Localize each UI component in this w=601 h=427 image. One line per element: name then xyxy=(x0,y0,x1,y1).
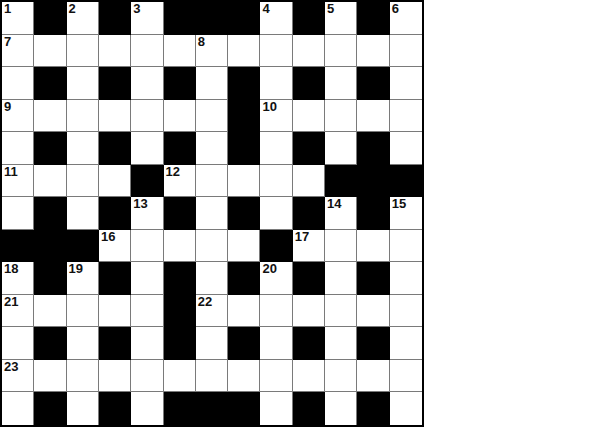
clue-number-13: 13 xyxy=(133,197,147,212)
black-cell-r7c6 xyxy=(164,197,196,230)
white-cell-r4c12[interactable] xyxy=(357,100,389,133)
white-cell-r10c11[interactable] xyxy=(325,295,357,328)
clue-number-3: 3 xyxy=(133,2,140,17)
white-cell-r9c9[interactable]: 20 xyxy=(260,262,292,295)
white-cell-r6c4[interactable] xyxy=(99,165,131,198)
white-cell-r11c11[interactable] xyxy=(325,327,357,360)
white-cell-r2c6[interactable] xyxy=(164,35,196,68)
white-cell-r4c6[interactable] xyxy=(164,100,196,133)
white-cell-r9c1[interactable]: 18 xyxy=(2,262,34,295)
white-cell-r12c2[interactable] xyxy=(34,360,66,393)
black-cell-r3c6 xyxy=(164,67,196,100)
clue-number-14: 14 xyxy=(327,197,341,212)
white-cell-r4c9[interactable]: 10 xyxy=(260,100,292,133)
clue-number-21: 21 xyxy=(4,295,18,310)
white-cell-r5c3[interactable] xyxy=(67,132,99,165)
clue-number-4: 4 xyxy=(262,2,269,17)
white-cell-r13c13[interactable] xyxy=(390,392,422,425)
black-cell-r7c12 xyxy=(357,197,389,230)
white-cell-r9c13[interactable] xyxy=(390,262,422,295)
white-cell-r5c13[interactable] xyxy=(390,132,422,165)
white-cell-r6c1[interactable]: 11 xyxy=(2,165,34,198)
black-cell-r13c7 xyxy=(196,392,228,425)
clue-number-12: 12 xyxy=(166,165,180,180)
black-cell-r9c2 xyxy=(34,262,66,295)
black-cell-r6c12 xyxy=(357,165,389,198)
white-cell-r12c7[interactable] xyxy=(196,360,228,393)
black-cell-r11c8 xyxy=(228,327,260,360)
white-cell-r10c8[interactable] xyxy=(228,295,260,328)
white-cell-r1c5[interactable]: 3 xyxy=(131,2,163,35)
white-cell-r2c11[interactable] xyxy=(325,35,357,68)
white-cell-r12c1[interactable]: 23 xyxy=(2,360,34,393)
black-cell-r13c2 xyxy=(34,392,66,425)
black-cell-r1c6 xyxy=(164,2,196,35)
black-cell-r11c2 xyxy=(34,327,66,360)
white-cell-r6c8[interactable] xyxy=(228,165,260,198)
white-cell-r4c13[interactable] xyxy=(390,100,422,133)
white-cell-r10c9[interactable] xyxy=(260,295,292,328)
black-cell-r11c4 xyxy=(99,327,131,360)
white-cell-r11c5[interactable] xyxy=(131,327,163,360)
black-cell-r6c11 xyxy=(325,165,357,198)
white-cell-r3c13[interactable] xyxy=(390,67,422,100)
white-cell-r2c10[interactable] xyxy=(293,35,325,68)
white-cell-r4c1[interactable]: 9 xyxy=(2,100,34,133)
white-cell-r5c7[interactable] xyxy=(196,132,228,165)
black-cell-r7c8 xyxy=(228,197,260,230)
white-cell-r1c13[interactable]: 6 xyxy=(390,2,422,35)
clue-number-11: 11 xyxy=(4,165,18,180)
white-cell-r13c1[interactable] xyxy=(2,392,34,425)
white-cell-r11c7[interactable] xyxy=(196,327,228,360)
white-cell-r1c9[interactable]: 4 xyxy=(260,2,292,35)
black-cell-r3c10 xyxy=(293,67,325,100)
black-cell-r5c2 xyxy=(34,132,66,165)
white-cell-r7c3[interactable] xyxy=(67,197,99,230)
black-cell-r13c10 xyxy=(293,392,325,425)
black-cell-r9c12 xyxy=(357,262,389,295)
white-cell-r12c6[interactable] xyxy=(164,360,196,393)
white-cell-r12c3[interactable] xyxy=(67,360,99,393)
black-cell-r7c4 xyxy=(99,197,131,230)
white-cell-r10c1[interactable]: 21 xyxy=(2,295,34,328)
clue-number-10: 10 xyxy=(262,100,276,115)
white-cell-r8c13[interactable] xyxy=(390,230,422,263)
black-cell-r8c1 xyxy=(2,230,34,263)
black-cell-r3c2 xyxy=(34,67,66,100)
white-cell-r12c4[interactable] xyxy=(99,360,131,393)
black-cell-r11c10 xyxy=(293,327,325,360)
white-cell-r3c9[interactable] xyxy=(260,67,292,100)
white-cell-r9c3[interactable]: 19 xyxy=(67,262,99,295)
white-cell-r10c5[interactable] xyxy=(131,295,163,328)
black-cell-r9c4 xyxy=(99,262,131,295)
black-cell-r13c8 xyxy=(228,392,260,425)
white-cell-r2c13[interactable] xyxy=(390,35,422,68)
white-cell-r12c12[interactable] xyxy=(357,360,389,393)
white-cell-r8c10[interactable]: 17 xyxy=(293,230,325,263)
black-cell-r1c10 xyxy=(293,2,325,35)
white-cell-r6c10[interactable] xyxy=(293,165,325,198)
white-cell-r3c5[interactable] xyxy=(131,67,163,100)
clue-number-1: 1 xyxy=(4,2,11,17)
crossword-grid: 1234567891011121314151617181920212223 xyxy=(0,0,424,427)
white-cell-r11c3[interactable] xyxy=(67,327,99,360)
white-cell-r2c3[interactable] xyxy=(67,35,99,68)
white-cell-r8c12[interactable] xyxy=(357,230,389,263)
white-cell-r4c2[interactable] xyxy=(34,100,66,133)
white-cell-r1c11[interactable]: 5 xyxy=(325,2,357,35)
black-cell-r11c6 xyxy=(164,327,196,360)
black-cell-r9c10 xyxy=(293,262,325,295)
black-cell-r8c2 xyxy=(34,230,66,263)
clue-number-6: 6 xyxy=(392,2,399,17)
white-cell-r8c5[interactable] xyxy=(131,230,163,263)
black-cell-r5c6 xyxy=(164,132,196,165)
white-cell-r11c13[interactable] xyxy=(390,327,422,360)
white-cell-r4c3[interactable] xyxy=(67,100,99,133)
white-cell-r9c7[interactable] xyxy=(196,262,228,295)
clue-number-18: 18 xyxy=(4,262,18,277)
white-cell-r1c1[interactable]: 1 xyxy=(2,2,34,35)
white-cell-r10c13[interactable] xyxy=(390,295,422,328)
clue-number-20: 20 xyxy=(262,262,276,277)
white-cell-r11c1[interactable] xyxy=(2,327,34,360)
white-cell-r8c7[interactable] xyxy=(196,230,228,263)
black-cell-r8c3 xyxy=(67,230,99,263)
black-cell-r13c6 xyxy=(164,392,196,425)
white-cell-r6c6[interactable]: 12 xyxy=(164,165,196,198)
white-cell-r7c5[interactable]: 13 xyxy=(131,197,163,230)
page-background: 1234567891011121314151617181920212223 xyxy=(0,0,601,427)
white-cell-r2c2[interactable] xyxy=(34,35,66,68)
clue-number-16: 16 xyxy=(101,230,115,245)
white-cell-r3c11[interactable] xyxy=(325,67,357,100)
white-cell-r6c3[interactable] xyxy=(67,165,99,198)
white-cell-r4c11[interactable] xyxy=(325,100,357,133)
white-cell-r8c11[interactable] xyxy=(325,230,357,263)
white-cell-r10c3[interactable] xyxy=(67,295,99,328)
clue-number-7: 7 xyxy=(4,35,11,50)
white-cell-r9c5[interactable] xyxy=(131,262,163,295)
white-cell-r13c3[interactable] xyxy=(67,392,99,425)
black-cell-r11c12 xyxy=(357,327,389,360)
white-cell-r12c9[interactable] xyxy=(260,360,292,393)
white-cell-r4c4[interactable] xyxy=(99,100,131,133)
black-cell-r9c8 xyxy=(228,262,260,295)
white-cell-r13c5[interactable] xyxy=(131,392,163,425)
black-cell-r5c12 xyxy=(357,132,389,165)
white-cell-r5c11[interactable] xyxy=(325,132,357,165)
white-cell-r7c1[interactable] xyxy=(2,197,34,230)
clue-number-8: 8 xyxy=(198,35,205,50)
black-cell-r4c8 xyxy=(228,100,260,133)
white-cell-r10c12[interactable] xyxy=(357,295,389,328)
black-cell-r13c12 xyxy=(357,392,389,425)
clue-number-17: 17 xyxy=(295,230,309,245)
black-cell-r9c6 xyxy=(164,262,196,295)
black-cell-r7c2 xyxy=(34,197,66,230)
black-cell-r3c4 xyxy=(99,67,131,100)
white-cell-r11c9[interactable] xyxy=(260,327,292,360)
white-cell-r4c7[interactable] xyxy=(196,100,228,133)
white-cell-r2c8[interactable] xyxy=(228,35,260,68)
black-cell-r1c7 xyxy=(196,2,228,35)
black-cell-r3c8 xyxy=(228,67,260,100)
white-cell-r7c13[interactable]: 15 xyxy=(390,197,422,230)
white-cell-r3c7[interactable] xyxy=(196,67,228,100)
white-cell-r4c10[interactable] xyxy=(293,100,325,133)
white-cell-r5c1[interactable] xyxy=(2,132,34,165)
black-cell-r6c5 xyxy=(131,165,163,198)
black-cell-r5c8 xyxy=(228,132,260,165)
white-cell-r2c5[interactable] xyxy=(131,35,163,68)
black-cell-r10c6 xyxy=(164,295,196,328)
black-cell-r7c10 xyxy=(293,197,325,230)
white-cell-r8c4[interactable]: 16 xyxy=(99,230,131,263)
white-cell-r2c9[interactable] xyxy=(260,35,292,68)
black-cell-r8c9 xyxy=(260,230,292,263)
clue-number-15: 15 xyxy=(392,197,406,212)
clue-number-19: 19 xyxy=(69,262,83,277)
white-cell-r4c5[interactable] xyxy=(131,100,163,133)
white-cell-r13c11[interactable] xyxy=(325,392,357,425)
black-cell-r6c13 xyxy=(390,165,422,198)
black-cell-r5c10 xyxy=(293,132,325,165)
white-cell-r2c1[interactable]: 7 xyxy=(2,35,34,68)
white-cell-r2c12[interactable] xyxy=(357,35,389,68)
clue-number-23: 23 xyxy=(4,360,18,375)
black-cell-r13c4 xyxy=(99,392,131,425)
white-cell-r7c11[interactable]: 14 xyxy=(325,197,357,230)
white-cell-r6c2[interactable] xyxy=(34,165,66,198)
white-cell-r5c9[interactable] xyxy=(260,132,292,165)
white-cell-r1c3[interactable]: 2 xyxy=(67,2,99,35)
clue-number-9: 9 xyxy=(4,100,11,115)
white-cell-r8c6[interactable] xyxy=(164,230,196,263)
black-cell-r1c2 xyxy=(34,2,66,35)
clue-number-5: 5 xyxy=(327,2,334,17)
white-cell-r2c4[interactable] xyxy=(99,35,131,68)
white-cell-r13c9[interactable] xyxy=(260,392,292,425)
black-cell-r1c4 xyxy=(99,2,131,35)
white-cell-r7c7[interactable] xyxy=(196,197,228,230)
white-cell-r12c11[interactable] xyxy=(325,360,357,393)
white-cell-r10c4[interactable] xyxy=(99,295,131,328)
white-cell-r7c9[interactable] xyxy=(260,197,292,230)
clue-number-2: 2 xyxy=(69,2,76,17)
white-cell-r12c13[interactable] xyxy=(390,360,422,393)
black-cell-r3c12 xyxy=(357,67,389,100)
clue-number-22: 22 xyxy=(198,295,212,310)
white-cell-r8c8[interactable] xyxy=(228,230,260,263)
white-cell-r3c1[interactable] xyxy=(2,67,34,100)
white-cell-r2c7[interactable]: 8 xyxy=(196,35,228,68)
white-cell-r10c7[interactable]: 22 xyxy=(196,295,228,328)
black-cell-r5c4 xyxy=(99,132,131,165)
black-cell-r1c12 xyxy=(357,2,389,35)
white-cell-r12c10[interactable] xyxy=(293,360,325,393)
white-cell-r3c3[interactable] xyxy=(67,67,99,100)
black-cell-r1c8 xyxy=(228,2,260,35)
white-cell-r5c5[interactable] xyxy=(131,132,163,165)
white-cell-r12c5[interactable] xyxy=(131,360,163,393)
white-cell-r6c7[interactable] xyxy=(196,165,228,198)
white-cell-r10c2[interactable] xyxy=(34,295,66,328)
white-cell-r6c9[interactable] xyxy=(260,165,292,198)
white-cell-r12c8[interactable] xyxy=(228,360,260,393)
white-cell-r9c11[interactable] xyxy=(325,262,357,295)
white-cell-r10c10[interactable] xyxy=(293,295,325,328)
